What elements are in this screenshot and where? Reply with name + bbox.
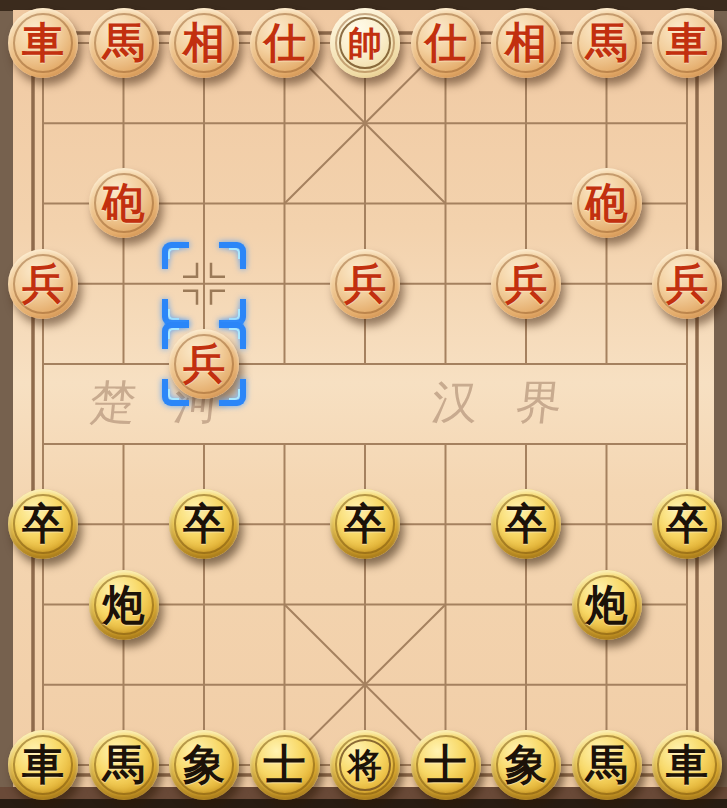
piece-glyph: 将 xyxy=(348,748,382,782)
piece-glyph: 士 xyxy=(425,744,467,786)
piece-glyph: 相 xyxy=(183,22,225,64)
piece-glyph: 仕 xyxy=(425,22,467,64)
point-marker xyxy=(211,291,225,305)
piece-glyph: 砲 xyxy=(586,182,628,224)
piece-glyph: 車 xyxy=(22,22,64,64)
piece-glyph: 帥 xyxy=(348,26,382,60)
piece-red-elephant[interactable]: 相 xyxy=(491,8,561,78)
piece-black-soldier[interactable]: 卒 xyxy=(652,489,722,559)
point-marker xyxy=(183,291,197,305)
piece-black-soldier[interactable]: 卒 xyxy=(8,489,78,559)
piece-glyph: 馬 xyxy=(103,744,145,786)
piece-glyph: 炮 xyxy=(103,584,145,626)
piece-glyph: 卒 xyxy=(22,503,64,545)
piece-glyph: 象 xyxy=(183,744,225,786)
piece-glyph: 馬 xyxy=(586,22,628,64)
piece-glyph: 砲 xyxy=(103,182,145,224)
piece-glyph: 車 xyxy=(666,22,708,64)
piece-red-soldier[interactable]: 兵 xyxy=(330,249,400,319)
piece-glyph: 車 xyxy=(22,744,64,786)
piece-red-soldier[interactable]: 兵 xyxy=(491,249,561,319)
piece-red-elephant[interactable]: 相 xyxy=(169,8,239,78)
piece-glyph: 車 xyxy=(666,744,708,786)
piece-glyph: 士 xyxy=(264,744,306,786)
piece-red-chariot[interactable]: 車 xyxy=(652,8,722,78)
piece-red-advisor[interactable]: 仕 xyxy=(411,8,481,78)
piece-red-advisor[interactable]: 仕 xyxy=(250,8,320,78)
piece-glyph: 卒 xyxy=(344,503,386,545)
piece-glyph: 象 xyxy=(505,744,547,786)
piece-black-advisor[interactable]: 士 xyxy=(250,730,320,800)
piece-glyph: 兵 xyxy=(666,263,708,305)
piece-black-advisor[interactable]: 士 xyxy=(411,730,481,800)
piece-black-general[interactable]: 将 xyxy=(330,730,400,800)
piece-glyph: 兵 xyxy=(344,263,386,305)
piece-glyph: 卒 xyxy=(666,503,708,545)
piece-black-soldier[interactable]: 卒 xyxy=(169,489,239,559)
piece-glyph: 兵 xyxy=(183,343,225,385)
piece-black-chariot[interactable]: 車 xyxy=(8,730,78,800)
piece-red-soldier[interactable]: 兵 xyxy=(169,329,239,399)
piece-black-horse[interactable]: 馬 xyxy=(89,730,159,800)
piece-black-chariot[interactable]: 車 xyxy=(652,730,722,800)
game-screen: { "game": "xiangqi", "board": { "river_l… xyxy=(0,0,727,808)
piece-red-horse[interactable]: 馬 xyxy=(89,8,159,78)
point-marker xyxy=(183,263,197,277)
piece-black-horse[interactable]: 馬 xyxy=(572,730,642,800)
piece-glyph: 卒 xyxy=(183,503,225,545)
piece-red-cannon[interactable]: 砲 xyxy=(89,168,159,238)
piece-black-cannon[interactable]: 炮 xyxy=(89,570,159,640)
piece-glyph: 卒 xyxy=(505,503,547,545)
piece-red-soldier[interactable]: 兵 xyxy=(8,249,78,319)
piece-red-soldier[interactable]: 兵 xyxy=(652,249,722,319)
river-label-right: 汉界 xyxy=(429,372,604,434)
piece-black-elephant[interactable]: 象 xyxy=(491,730,561,800)
piece-red-cannon[interactable]: 砲 xyxy=(572,168,642,238)
piece-black-soldier[interactable]: 卒 xyxy=(491,489,561,559)
piece-glyph: 炮 xyxy=(586,584,628,626)
piece-red-horse[interactable]: 馬 xyxy=(572,8,642,78)
piece-black-soldier[interactable]: 卒 xyxy=(330,489,400,559)
piece-glyph: 仕 xyxy=(264,22,306,64)
piece-black-elephant[interactable]: 象 xyxy=(169,730,239,800)
piece-glyph: 兵 xyxy=(22,263,64,305)
piece-red-general[interactable]: 帥 xyxy=(330,8,400,78)
piece-glyph: 相 xyxy=(505,22,547,64)
piece-glyph: 兵 xyxy=(505,263,547,305)
piece-black-cannon[interactable]: 炮 xyxy=(572,570,642,640)
piece-glyph: 馬 xyxy=(103,22,145,64)
point-marker xyxy=(211,263,225,277)
piece-red-chariot[interactable]: 車 xyxy=(8,8,78,78)
piece-glyph: 馬 xyxy=(586,744,628,786)
